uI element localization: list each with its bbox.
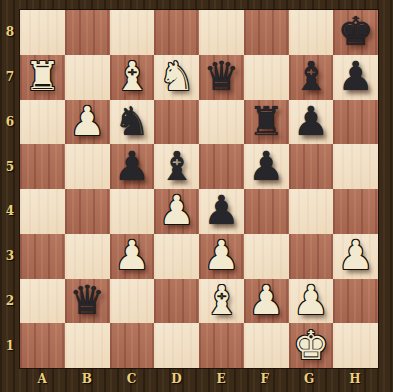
- black-pawn-piece[interactable]: ♟: [114, 146, 150, 186]
- file-label-e: E: [199, 368, 243, 392]
- white-bishop-piece[interactable]: ♝: [203, 280, 239, 320]
- black-pawn-piece[interactable]: ♟: [248, 146, 284, 186]
- square-f6[interactable]: ♜: [244, 100, 289, 145]
- square-a4[interactable]: [20, 189, 65, 234]
- square-g6[interactable]: ♟: [289, 100, 334, 145]
- square-g8[interactable]: [289, 10, 334, 55]
- black-king-piece[interactable]: ♚: [338, 11, 374, 51]
- white-pawn-piece[interactable]: ♟: [69, 101, 105, 141]
- white-bishop-piece[interactable]: ♝: [114, 56, 150, 96]
- white-pawn-piece[interactable]: ♟: [114, 235, 150, 275]
- file-label-b: B: [64, 368, 109, 392]
- square-b1[interactable]: [65, 323, 110, 368]
- rank-labels: 87654321: [0, 10, 20, 368]
- square-g1[interactable]: ♚: [289, 323, 334, 368]
- chess-app: ♚♜♝♞♛♝♟♟♞♜♟♟♝♟♟♟♟♟♟♛♝♟♟♚ 87654321 ABCDEF…: [0, 0, 393, 392]
- square-d5[interactable]: ♝: [154, 144, 199, 189]
- square-g2[interactable]: ♟: [289, 279, 334, 324]
- square-c4[interactable]: [110, 189, 155, 234]
- file-label-h: H: [332, 368, 378, 392]
- white-pawn-piece[interactable]: ♟: [203, 235, 239, 275]
- rank-label-6: 6: [0, 100, 20, 145]
- square-d7[interactable]: ♞: [154, 55, 199, 100]
- black-knight-piece[interactable]: ♞: [114, 101, 150, 141]
- file-label-c: C: [109, 368, 153, 392]
- rank-label-2: 2: [0, 279, 20, 324]
- square-g5[interactable]: [289, 144, 334, 189]
- square-a3[interactable]: [20, 234, 65, 279]
- file-label-a: A: [20, 368, 64, 392]
- square-c6[interactable]: ♞: [110, 100, 155, 145]
- file-label-f: F: [243, 368, 286, 392]
- black-bishop-piece[interactable]: ♝: [293, 56, 329, 96]
- square-b2[interactable]: ♛: [65, 279, 110, 324]
- black-bishop-piece[interactable]: ♝: [159, 146, 195, 186]
- square-c8[interactable]: [110, 10, 155, 55]
- square-d2[interactable]: [154, 279, 199, 324]
- white-rook-piece[interactable]: ♜: [24, 56, 60, 96]
- square-a8[interactable]: [20, 10, 65, 55]
- square-h3[interactable]: ♟: [333, 234, 378, 279]
- rank-label-4: 4: [0, 189, 20, 234]
- black-pawn-piece[interactable]: ♟: [338, 56, 374, 96]
- square-e8[interactable]: [199, 10, 244, 55]
- square-g4[interactable]: [289, 189, 334, 234]
- square-a2[interactable]: [20, 279, 65, 324]
- file-label-d: D: [154, 368, 199, 392]
- square-f3[interactable]: [244, 234, 289, 279]
- square-h1[interactable]: [333, 323, 378, 368]
- square-e4[interactable]: ♟: [199, 189, 244, 234]
- square-e1[interactable]: [199, 323, 244, 368]
- square-c1[interactable]: [110, 323, 155, 368]
- black-pawn-piece[interactable]: ♟: [293, 101, 329, 141]
- square-d3[interactable]: [154, 234, 199, 279]
- square-d4[interactable]: ♟: [154, 189, 199, 234]
- square-h2[interactable]: [333, 279, 378, 324]
- square-h8[interactable]: ♚: [333, 10, 378, 55]
- white-knight-piece[interactable]: ♞: [159, 56, 195, 96]
- square-h6[interactable]: [333, 100, 378, 145]
- square-f2[interactable]: ♟: [244, 279, 289, 324]
- rank-label-5: 5: [0, 144, 20, 189]
- square-b7[interactable]: [65, 55, 110, 100]
- square-a5[interactable]: [20, 144, 65, 189]
- square-h7[interactable]: ♟: [333, 55, 378, 100]
- square-b4[interactable]: [65, 189, 110, 234]
- square-d8[interactable]: [154, 10, 199, 55]
- square-h4[interactable]: [333, 189, 378, 234]
- black-queen-piece[interactable]: ♛: [203, 56, 239, 96]
- square-f4[interactable]: [244, 189, 289, 234]
- square-b6[interactable]: ♟: [65, 100, 110, 145]
- chess-board: ♚♜♝♞♛♝♟♟♞♜♟♟♝♟♟♟♟♟♟♛♝♟♟♚: [20, 10, 378, 368]
- square-a7[interactable]: ♜: [20, 55, 65, 100]
- square-c3[interactable]: ♟: [110, 234, 155, 279]
- square-c2[interactable]: [110, 279, 155, 324]
- square-f5[interactable]: ♟: [244, 144, 289, 189]
- square-e7[interactable]: ♛: [199, 55, 244, 100]
- white-pawn-piece[interactable]: ♟: [159, 190, 195, 230]
- black-queen-piece[interactable]: ♛: [69, 280, 105, 320]
- square-f8[interactable]: [244, 10, 289, 55]
- black-rook-piece[interactable]: ♜: [248, 101, 284, 141]
- square-a1[interactable]: [20, 323, 65, 368]
- file-labels: ABCDEFGH: [20, 368, 378, 392]
- square-e3[interactable]: ♟: [199, 234, 244, 279]
- square-a6[interactable]: [20, 100, 65, 145]
- white-pawn-piece[interactable]: ♟: [293, 280, 329, 320]
- white-pawn-piece[interactable]: ♟: [248, 280, 284, 320]
- square-b8[interactable]: [65, 10, 110, 55]
- rank-label-7: 7: [0, 55, 20, 100]
- black-pawn-piece[interactable]: ♟: [203, 190, 239, 230]
- white-pawn-piece[interactable]: ♟: [338, 235, 374, 275]
- rank-label-3: 3: [0, 234, 20, 279]
- square-c5[interactable]: ♟: [110, 144, 155, 189]
- square-f7[interactable]: [244, 55, 289, 100]
- white-king-piece[interactable]: ♚: [293, 325, 329, 365]
- square-h5[interactable]: [333, 144, 378, 189]
- square-e6[interactable]: [199, 100, 244, 145]
- file-label-g: G: [287, 368, 332, 392]
- square-f1[interactable]: [244, 323, 289, 368]
- square-d6[interactable]: [154, 100, 199, 145]
- square-d1[interactable]: [154, 323, 199, 368]
- rank-label-8: 8: [0, 10, 20, 55]
- square-e2[interactable]: ♝: [199, 279, 244, 324]
- square-b5[interactable]: [65, 144, 110, 189]
- square-g7[interactable]: ♝: [289, 55, 334, 100]
- rank-label-1: 1: [0, 323, 20, 368]
- square-b3[interactable]: [65, 234, 110, 279]
- square-e5[interactable]: [199, 144, 244, 189]
- square-g3[interactable]: [289, 234, 334, 279]
- square-c7[interactable]: ♝: [110, 55, 155, 100]
